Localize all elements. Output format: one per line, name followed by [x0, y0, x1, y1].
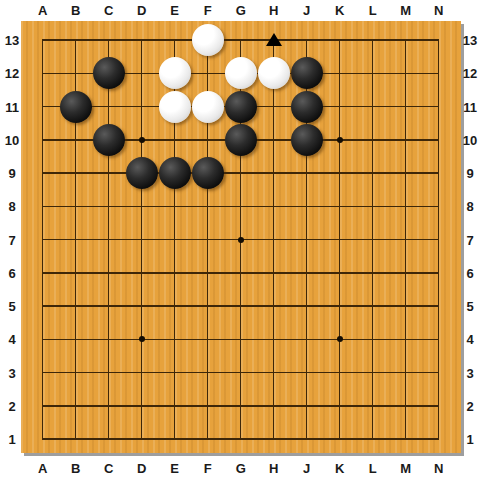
coord-label-bottom: M	[400, 461, 411, 476]
coord-label-bottom: H	[269, 461, 278, 476]
grid-line-horizontal	[42, 272, 440, 274]
coord-label-bottom: G	[236, 461, 246, 476]
coord-label-left: 7	[8, 232, 15, 247]
coord-label-bottom: K	[335, 461, 344, 476]
coord-label-bottom: J	[303, 461, 310, 476]
coord-label-bottom: B	[71, 461, 80, 476]
white-stone[interactable]	[159, 91, 191, 123]
coord-label-left: 13	[5, 33, 19, 48]
coord-label-right: 6	[466, 265, 473, 280]
coord-label-top: M	[400, 3, 411, 18]
coord-label-left: 10	[5, 132, 19, 147]
coord-label-left: 8	[8, 199, 15, 214]
coord-label-top: N	[434, 3, 443, 18]
grid-line-horizontal	[42, 39, 440, 41]
star-point	[337, 137, 343, 143]
coord-label-left: 5	[8, 299, 15, 314]
black-stone[interactable]	[225, 91, 257, 123]
coord-label-top: A	[38, 3, 47, 18]
coord-label-left: 1	[8, 432, 15, 447]
coord-label-top: B	[71, 3, 80, 18]
coord-label-bottom: A	[38, 461, 47, 476]
white-stone[interactable]	[258, 57, 290, 89]
star-point	[139, 336, 145, 342]
star-point	[337, 336, 343, 342]
black-stone[interactable]	[291, 91, 323, 123]
coord-label-top: E	[170, 3, 179, 18]
coord-label-right: 11	[463, 99, 477, 114]
grid-line-horizontal	[42, 305, 440, 307]
grid-line-horizontal	[42, 405, 440, 407]
coord-label-right: 13	[463, 33, 477, 48]
coord-label-bottom: L	[369, 461, 377, 476]
coord-label-top: J	[303, 3, 310, 18]
black-stone[interactable]	[291, 124, 323, 156]
coord-label-top: G	[236, 3, 246, 18]
grid-line-horizontal	[42, 339, 440, 341]
coord-label-bottom: D	[137, 461, 146, 476]
coord-label-bottom: F	[204, 461, 212, 476]
coord-label-right: 8	[466, 199, 473, 214]
black-stone[interactable]	[126, 157, 158, 189]
black-stone[interactable]	[192, 157, 224, 189]
coord-label-left: 6	[8, 265, 15, 280]
white-stone[interactable]	[159, 57, 191, 89]
coord-label-bottom: N	[434, 461, 443, 476]
star-point	[238, 237, 244, 243]
coord-label-left: 2	[8, 398, 15, 413]
coord-label-right: 2	[466, 398, 473, 413]
star-point	[139, 137, 145, 143]
black-stone[interactable]	[159, 157, 191, 189]
black-stone[interactable]	[291, 57, 323, 89]
coord-label-top: D	[137, 3, 146, 18]
coord-label-left: 11	[5, 99, 19, 114]
grid-line-horizontal	[42, 438, 440, 440]
coord-label-right: 1	[466, 432, 473, 447]
coord-label-top: H	[269, 3, 278, 18]
white-stone[interactable]	[192, 24, 224, 56]
coord-label-top: K	[335, 3, 344, 18]
grid-line-horizontal	[42, 206, 440, 208]
triangle-marker	[266, 33, 282, 46]
grid-line-horizontal	[42, 172, 440, 174]
black-stone[interactable]	[93, 57, 125, 89]
coord-label-right: 12	[463, 66, 477, 81]
coord-label-right: 9	[466, 166, 473, 181]
coord-label-right: 3	[466, 365, 473, 380]
go-diagram: AABBCCDDEEFFGGHHJJKKLLMMNN13131212111110…	[0, 0, 480, 480]
black-stone[interactable]	[93, 124, 125, 156]
black-stone[interactable]	[60, 91, 92, 123]
coord-label-right: 7	[466, 232, 473, 247]
coord-label-bottom: C	[104, 461, 113, 476]
coord-label-left: 3	[8, 365, 15, 380]
coord-label-top: C	[104, 3, 113, 18]
coord-label-right: 4	[466, 332, 473, 347]
coord-label-left: 9	[8, 166, 15, 181]
coord-label-top: F	[204, 3, 212, 18]
coord-label-right: 5	[466, 299, 473, 314]
coord-label-right: 10	[463, 132, 477, 147]
grid-line-horizontal	[42, 372, 440, 374]
coord-label-left: 4	[8, 332, 15, 347]
coord-label-bottom: E	[170, 461, 179, 476]
white-stone[interactable]	[192, 91, 224, 123]
coord-label-left: 12	[5, 66, 19, 81]
white-stone[interactable]	[225, 57, 257, 89]
coord-label-top: L	[369, 3, 377, 18]
go-board[interactable]	[21, 21, 461, 453]
black-stone[interactable]	[225, 124, 257, 156]
